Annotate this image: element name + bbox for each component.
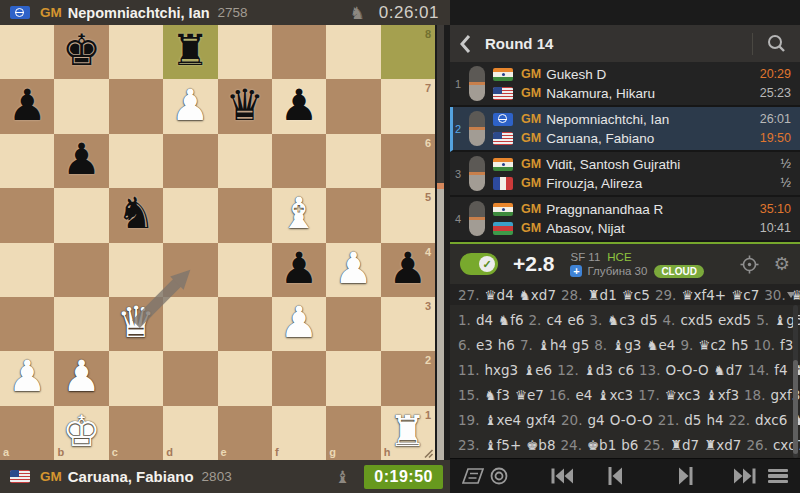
white-bishop-f5[interactable]: ♝: [280, 186, 319, 240]
game-number: 4: [455, 213, 467, 225]
white-pawn-d7[interactable]: ♟: [171, 78, 210, 132]
player-title: GM: [521, 157, 541, 171]
white-pawn-f3[interactable]: ♟: [280, 295, 319, 349]
black-pawn-h4[interactable]: ♟: [389, 241, 428, 295]
add-engine-line-icon[interactable]: +: [570, 265, 582, 277]
move-line: 15.♞f3♛e716.e4♝xc317.♛xc3♝xf318.gxf3dxe4: [458, 382, 786, 407]
move-number[interactable]: 1.: [458, 312, 471, 328]
target-icon[interactable]: [740, 255, 759, 274]
black-queen-e7[interactable]: ♛: [225, 78, 264, 132]
square-c2[interactable]: [109, 351, 163, 405]
move[interactable]: O-O-O: [665, 362, 708, 378]
step-forward-icon: [678, 466, 694, 487]
top-player-title: GM: [40, 5, 62, 20]
board-pill-icon: [469, 201, 485, 236]
rank-label-7: 7: [425, 82, 431, 94]
player-clock: 25:23: [760, 86, 791, 100]
file-label-c: c: [112, 446, 118, 458]
move[interactable]: g5: [572, 337, 589, 353]
move[interactable]: h5: [731, 337, 748, 353]
move[interactable]: b6: [621, 437, 638, 453]
white-queen-c3[interactable]: ♛: [117, 295, 156, 349]
square-a3[interactable]: [0, 297, 54, 351]
square-b3[interactable]: [54, 297, 108, 351]
move[interactable]: c4: [546, 312, 562, 328]
square-b8[interactable]: ♚: [54, 25, 108, 79]
game-row-2[interactable]: 2GMNepomniachtchi, Ian26:01GMCaruana, Fa…: [450, 107, 800, 152]
game-row-1[interactable]: 1GMGukesh D20:29GMNakamura, Hikaru25:23: [450, 62, 800, 107]
move-number[interactable]: 30.: [764, 287, 785, 303]
move[interactable]: ♛xc3: [665, 387, 701, 403]
live-button[interactable]: [489, 466, 509, 486]
square-b7[interactable]: [54, 79, 108, 133]
file-label-d: d: [166, 446, 173, 458]
move[interactable]: gxf4: [526, 412, 556, 428]
move[interactable]: ♝d3: [584, 362, 613, 378]
black-king-b8[interactable]: ♚: [62, 23, 101, 77]
move[interactable]: ♝e6: [523, 362, 552, 378]
bishop-material-icon: ♝: [335, 467, 350, 487]
chess-broadcast-app: GM Nepomniachtchi, Ian 2758 ♞ 0:26:01 ♚♜…: [0, 0, 800, 493]
game-number: 1: [455, 78, 467, 90]
black-pawn-f7[interactable]: ♟: [280, 78, 319, 132]
chevron-down-icon[interactable]: [787, 292, 795, 298]
move[interactable]: ♜d1: [588, 287, 617, 303]
rank-label-4: 4: [425, 246, 431, 258]
move[interactable]: e4: [575, 387, 592, 403]
usa-flag-icon: [493, 87, 513, 100]
square-f3[interactable]: ♟: [272, 297, 326, 351]
move-number[interactable]: 23.: [458, 437, 479, 453]
move-number[interactable]: 24.: [561, 437, 582, 453]
step-forward-button[interactable]: [678, 466, 694, 487]
move-number[interactable]: 21.: [658, 412, 679, 428]
game-number: 3: [455, 168, 467, 180]
file-label-g: g: [329, 446, 336, 458]
square-g7[interactable]: [326, 79, 380, 133]
bottom-player-flag-icon: [10, 470, 30, 483]
player-title: GM: [521, 221, 541, 235]
game-player-line: GMCaruana, Fabiano19:50: [493, 131, 791, 146]
player-name: Caruana, Fabiano: [546, 131, 760, 146]
azerbaijan-flag-icon: [493, 222, 513, 235]
player-clock: 19:50: [760, 131, 791, 145]
menu-button[interactable]: [768, 466, 788, 486]
move[interactable]: ♞f6: [498, 312, 523, 328]
file-label-f: f: [275, 446, 279, 458]
move[interactable]: ♚b1: [587, 437, 616, 453]
square-a4[interactable]: [0, 243, 54, 297]
bottom-player-rating: 2803: [202, 469, 232, 484]
move-number[interactable]: 2.: [529, 312, 542, 328]
square-e7[interactable]: ♛: [218, 79, 272, 133]
square-b6[interactable]: ♟: [54, 134, 108, 188]
square-d4[interactable]: [163, 243, 217, 297]
round-title: Round 14: [485, 35, 553, 52]
move[interactable]: ♞d7: [714, 362, 743, 378]
back-button[interactable]: [459, 34, 472, 54]
square-e6[interactable]: [218, 134, 272, 188]
player-title: GM: [521, 67, 541, 81]
move-number[interactable]: 22.: [729, 412, 750, 428]
fide-flag-icon: [493, 113, 513, 126]
square-f1[interactable]: [272, 406, 326, 460]
file-label-h: h: [384, 446, 391, 458]
rank-label-2: 2: [425, 354, 431, 366]
usa-flag-icon: [493, 132, 513, 145]
skip-to-start-icon: [550, 468, 574, 485]
white-rook-h1[interactable]: ♜: [389, 404, 428, 458]
square-a2[interactable]: ♟: [0, 351, 54, 405]
skip-to-start-button[interactable]: [550, 468, 574, 485]
square-f4[interactable]: ♟: [272, 243, 326, 297]
square-g8[interactable]: [326, 25, 380, 79]
square-a5[interactable]: [0, 188, 54, 242]
move-line: 23.♝f5+♚b824.♚b1b625.♜d7♜xd726.cxd7♜d8: [458, 432, 786, 457]
square-e3[interactable]: [218, 297, 272, 351]
player-clock: ½: [781, 176, 791, 190]
rank-label-8: 8: [425, 28, 431, 40]
move[interactable]: ♝xe4: [484, 412, 521, 428]
move[interactable]: ♝g3: [612, 337, 641, 353]
player-name: Nakamura, Hikaru: [546, 86, 760, 101]
move-number[interactable]: 5.: [756, 312, 769, 328]
rank-label-5: 5: [425, 191, 431, 203]
move[interactable]: ♜d7: [670, 437, 699, 453]
top-player-rating: 2758: [218, 5, 248, 20]
engine-line[interactable]: 27.♛d4♞xd728.♜d1♛c529.♛xf4+♛c730.♛d2h331…: [450, 284, 800, 305]
player-clock: 35:10: [760, 202, 791, 216]
move-line: 6.e3h67.♝h4g58.♝g3♞e49.♛c2h510.f3♞xg3: [458, 332, 786, 357]
move[interactable]: hxg3: [484, 362, 518, 378]
player-name: Gukesh D: [546, 67, 760, 82]
square-e5[interactable]: [218, 188, 272, 242]
move-number[interactable]: 27.: [458, 287, 479, 303]
toggle-check-icon: ✓: [479, 256, 495, 272]
square-c4[interactable]: [109, 243, 163, 297]
player-clock: 20:29: [760, 67, 791, 81]
player-name: Vidit, Santosh Gujrathi: [546, 157, 780, 172]
game-player-line: GMAbasov, Nijat10:41: [493, 221, 791, 236]
square-f2[interactable]: [272, 351, 326, 405]
bottom-player-bar: GM Caruana, Fabiano 2803 ♝ 0:19:50: [0, 460, 450, 493]
square-a6[interactable]: [0, 134, 54, 188]
square-f8[interactable]: [272, 25, 326, 79]
player-clock: 26:01: [760, 112, 791, 126]
notation-icon: [462, 468, 484, 485]
file-label-e: e: [221, 446, 227, 458]
move[interactable]: ♞xd7: [519, 287, 556, 303]
square-c8[interactable]: [109, 25, 163, 79]
white-pawn-b2[interactable]: ♟: [62, 349, 101, 403]
move-number[interactable]: 10.: [754, 337, 775, 353]
square-d7[interactable]: ♟: [163, 79, 217, 133]
move-number[interactable]: 9.: [680, 337, 693, 353]
player-name: Nepomniachtchi, Ian: [546, 112, 760, 127]
engine-info: SF 11 HCE + Глубина 30 CLOUD: [570, 251, 703, 278]
skip-to-end-icon: [733, 468, 757, 485]
square-c6[interactable]: [109, 134, 163, 188]
move-number[interactable]: 13.: [639, 362, 660, 378]
file-label-b: b: [57, 446, 64, 458]
move[interactable]: ♝h4: [538, 337, 567, 353]
square-g4[interactable]: ♟: [326, 243, 380, 297]
move-number[interactable]: 29.: [655, 287, 676, 303]
move[interactable]: ♚b8: [526, 437, 555, 453]
square-f5[interactable]: ♝: [272, 188, 326, 242]
move-list: 1.d4♞f62.c4e63.♞c3d54.cxd5exd55.♝g5♝b46.…: [450, 305, 800, 458]
eval-marker: [437, 183, 444, 189]
board-pill-icon: [469, 156, 485, 191]
square-g3[interactable]: [326, 297, 380, 351]
cloud-badge: CLOUD: [654, 265, 704, 278]
step-back-icon: [607, 466, 623, 487]
white-pawn-a2[interactable]: ♟: [8, 349, 47, 403]
move[interactable]: ♛xf4+: [681, 287, 726, 303]
move[interactable]: ♝xf3: [706, 387, 739, 403]
engine-toggle[interactable]: ✓: [460, 253, 498, 275]
black-pawn-a7[interactable]: ♟: [8, 78, 47, 132]
magnifier-icon: [767, 34, 786, 53]
india-flag-icon: [493, 158, 513, 171]
black-rook-d8[interactable]: ♜: [171, 23, 210, 77]
player-name: Firouzja, Alireza: [546, 176, 780, 191]
move[interactable]: ♞e4: [646, 337, 675, 353]
top-player-bar: GM Nepomniachtchi, Ian 2758 ♞ 0:26:01: [0, 0, 450, 25]
move-list-scrollbar-thumb[interactable]: [793, 360, 798, 454]
game-row-3[interactable]: 3GMVidit, Santosh Gujrathi½GMFirouzja, A…: [450, 152, 800, 197]
move[interactable]: g4: [587, 412, 604, 428]
square-b4[interactable]: [54, 243, 108, 297]
move[interactable]: O-O-O: [610, 412, 653, 428]
india-flag-icon: [493, 68, 513, 81]
game-player-line: GMGukesh D20:29: [493, 67, 791, 82]
player-title: GM: [521, 112, 541, 126]
board-resize-handle[interactable]: [423, 448, 434, 459]
game-list: 1GMGukesh D20:29GMNakamura, Hikaru25:232…: [450, 62, 800, 242]
evaluation-bar: [437, 25, 444, 460]
move[interactable]: ♛c7: [731, 287, 759, 303]
top-player-name: Nepomniachtchi, Ian: [68, 5, 210, 21]
india-flag-icon: [493, 203, 513, 216]
square-d2[interactable]: [163, 351, 217, 405]
move-number[interactable]: 20.: [561, 412, 582, 428]
engine-type: HCE: [607, 251, 631, 263]
game-player-line: GMNakamura, Hikaru25:23: [493, 86, 791, 101]
player-title: GM: [521, 202, 541, 216]
bottom-player-clock-active: 0:19:50: [364, 465, 443, 489]
board-pill-icon: [469, 66, 485, 101]
search-button[interactable]: [767, 34, 786, 53]
square-b2[interactable]: ♟: [54, 351, 108, 405]
rank-label-3: 3: [425, 300, 431, 312]
game-row-4[interactable]: 4GMPraggnanandhaa R35:10GMAbasov, Nijat1…: [450, 197, 800, 242]
move-line: 11.hxg3♝e612.♝d3c613.O-O-O♞d714.f4♝g4: [458, 357, 786, 382]
move-number[interactable]: 26.: [746, 437, 767, 453]
live-target-icon: [489, 466, 509, 486]
move[interactable]: h4: [706, 412, 723, 428]
notation-button[interactable]: [462, 468, 484, 485]
square-d6[interactable]: [163, 134, 217, 188]
move[interactable]: c6: [618, 362, 634, 378]
square-a8[interactable]: [0, 25, 54, 79]
move-number[interactable]: 11.: [458, 362, 479, 378]
rank-label-1: 1: [425, 409, 431, 421]
square-a7[interactable]: ♟: [0, 79, 54, 133]
square-c7[interactable]: [109, 79, 163, 133]
knight-material-icon: ♞: [350, 3, 365, 23]
bottom-player-name: Caruana, Fabiano: [68, 468, 194, 485]
move-number[interactable]: 3.: [589, 312, 602, 328]
bottom-player-title: GM: [40, 469, 62, 484]
file-label-a: a: [3, 446, 9, 458]
game-player-line: GMVidit, Santosh Gujrathi½: [493, 157, 791, 172]
move[interactable]: ♛c5: [622, 287, 650, 303]
game-number: 2: [455, 123, 467, 135]
move-number[interactable]: 7.: [520, 337, 533, 353]
gear-icon[interactable]: ⚙: [774, 255, 790, 273]
engine-evaluation: +2.8: [513, 252, 554, 276]
game-player-line: GMFirouzja, Alireza½: [493, 176, 791, 191]
black-pawn-f4[interactable]: ♟: [280, 241, 319, 295]
move-number[interactable]: 16.: [549, 387, 570, 403]
move-number[interactable]: 17.: [638, 387, 659, 403]
move-number[interactable]: 8.: [594, 337, 607, 353]
france-flag-icon: [493, 177, 513, 190]
chevron-left-icon: [459, 34, 472, 54]
move-number[interactable]: 28.: [561, 287, 582, 303]
move[interactable]: ♛e7: [515, 387, 544, 403]
square-c5[interactable]: ♞: [109, 188, 163, 242]
top-player-flag-icon: [10, 6, 30, 19]
move[interactable]: ♞f3: [484, 387, 509, 403]
square-d5[interactable]: [163, 188, 217, 242]
square-f7[interactable]: ♟: [272, 79, 326, 133]
move[interactable]: h6: [498, 337, 515, 353]
move[interactable]: d5: [684, 412, 701, 428]
player-title: GM: [521, 176, 541, 190]
engine-depth: Глубина 30: [587, 265, 647, 277]
move[interactable]: f4: [774, 362, 787, 378]
panel-header: Round 14: [450, 25, 800, 62]
move-number[interactable]: 18.: [744, 387, 765, 403]
black-pawn-b6[interactable]: ♟: [62, 132, 101, 186]
chess-board-area: ♚♜♟♟♛♟♟♞♝♟♟♟♛♟♟♟♚♜ abcdefgh87654321: [0, 25, 435, 460]
header-divider: [752, 33, 753, 55]
engine-name: SF 11: [570, 251, 600, 263]
move[interactable]: dxc6: [755, 412, 787, 428]
skip-to-end-button[interactable]: [733, 468, 757, 485]
side-panel: Round 14 1GMGukesh D20:29GMNakamura, Hik…: [450, 0, 800, 493]
move[interactable]: d4: [476, 312, 493, 328]
move[interactable]: ♝f5+: [484, 437, 521, 453]
move[interactable]: e3: [476, 337, 493, 353]
move[interactable]: ♛c2: [698, 337, 726, 353]
board-pill-icon: [469, 111, 485, 146]
move[interactable]: ♞c3: [607, 312, 635, 328]
square-f6[interactable]: [272, 134, 326, 188]
step-back-button[interactable]: [607, 466, 623, 487]
engine-row: ✓ +2.8 SF 11 HCE + Глубина 30 CLOUD: [450, 244, 800, 284]
move-number[interactable]: 19.: [458, 412, 479, 428]
player-clock: 10:41: [760, 221, 791, 235]
move-number[interactable]: 15.: [458, 387, 479, 403]
engine-line-moves: 27.♛d4♞xd728.♜d1♛c529.♛xf4+♛c730.♛d2h331…: [458, 288, 800, 303]
move[interactable]: ♜xd7: [704, 437, 741, 453]
square-e4[interactable]: [218, 243, 272, 297]
white-king-b1[interactable]: ♚: [62, 404, 101, 458]
move-number[interactable]: 12.: [557, 362, 578, 378]
player-title: GM: [521, 131, 541, 145]
player-title: GM: [521, 86, 541, 100]
white-pawn-g4[interactable]: ♟: [334, 241, 373, 295]
move[interactable]: exd5: [718, 312, 751, 328]
board: ♚♜♟♟♛♟♟♞♝♟♟♟♛♟♟♟♚♜: [0, 25, 435, 460]
square-e2[interactable]: [218, 351, 272, 405]
square-d8[interactable]: ♜: [163, 25, 217, 79]
player-name: Abasov, Nijat: [546, 221, 760, 236]
square-e8[interactable]: [218, 25, 272, 79]
black-knight-c5[interactable]: ♞: [117, 186, 156, 240]
square-d3[interactable]: [163, 297, 217, 351]
panel-top-gap: [450, 0, 800, 25]
square-g5[interactable]: [326, 188, 380, 242]
square-c3[interactable]: ♛: [109, 297, 163, 351]
player-clock: ½: [781, 157, 791, 171]
game-player-line: GMNepomniachtchi, Ian26:01: [493, 112, 791, 127]
top-player-clock: 0:26:01: [379, 3, 439, 23]
move[interactable]: ♝xc3: [597, 387, 633, 403]
move-number[interactable]: 4.: [663, 312, 676, 328]
player-name: Praggnanandhaa R: [546, 202, 760, 217]
move-number[interactable]: 14.: [748, 362, 769, 378]
eval-black-portion: [437, 25, 444, 183]
square-g6[interactable]: [326, 134, 380, 188]
move-line: 19.♝xe4gxf420.g4O-O-O21.d5h422.dxc6♞c5: [458, 407, 786, 432]
menu-icon: [768, 469, 788, 472]
rank-label-6: 6: [425, 137, 431, 149]
move[interactable]: cxd5: [680, 312, 713, 328]
move[interactable]: e6: [567, 312, 584, 328]
move[interactable]: d5: [640, 312, 657, 328]
square-g2[interactable]: [326, 351, 380, 405]
bottom-toolbar: [450, 458, 800, 493]
move-line: 1.d4♞f62.c4e63.♞c3d54.cxd5exd55.♝g5♝b4: [458, 307, 786, 332]
move[interactable]: f3: [780, 337, 793, 353]
move-number[interactable]: 6.: [458, 337, 471, 353]
move-number[interactable]: 25.: [643, 437, 664, 453]
move[interactable]: ♛d4: [484, 287, 513, 303]
game-player-line: GMPraggnanandhaa R35:10: [493, 202, 791, 217]
square-b5[interactable]: [54, 188, 108, 242]
